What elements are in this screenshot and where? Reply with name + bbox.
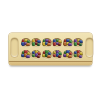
- photo-background: [0, 0, 100, 100]
- bead: [26, 55, 29, 58]
- pit-r0c0[interactable]: [21, 38, 31, 48]
- pit-r0c3[interactable]: [52, 38, 62, 48]
- board-top-surface: [9, 33, 92, 61]
- store-right: [86, 38, 93, 57]
- mancala-board: [9, 33, 92, 65]
- bead: [58, 55, 61, 58]
- pit-r1c0[interactable]: [21, 50, 31, 60]
- bead: [47, 43, 50, 46]
- bead: [79, 43, 82, 46]
- pit-r1c1[interactable]: [31, 50, 41, 60]
- pit-r1c2[interactable]: [42, 50, 52, 60]
- board-front-edge: [9, 61, 92, 65]
- pit-grid: [21, 38, 84, 60]
- pit-r1c3[interactable]: [52, 50, 62, 60]
- bead: [37, 43, 40, 46]
- pit-r0c5[interactable]: [73, 38, 83, 48]
- bead: [68, 55, 71, 58]
- store-left: [11, 38, 18, 57]
- pit-r0c2[interactable]: [42, 38, 52, 48]
- bead: [37, 55, 40, 58]
- bead: [79, 55, 82, 58]
- bead: [47, 55, 50, 58]
- pit-r1c4[interactable]: [63, 50, 73, 60]
- pit-r0c1[interactable]: [31, 38, 41, 48]
- pit-r0c4[interactable]: [63, 38, 73, 48]
- pit-r1c5[interactable]: [73, 50, 83, 60]
- bead: [68, 43, 71, 46]
- bead: [26, 43, 29, 46]
- bead: [58, 43, 61, 46]
